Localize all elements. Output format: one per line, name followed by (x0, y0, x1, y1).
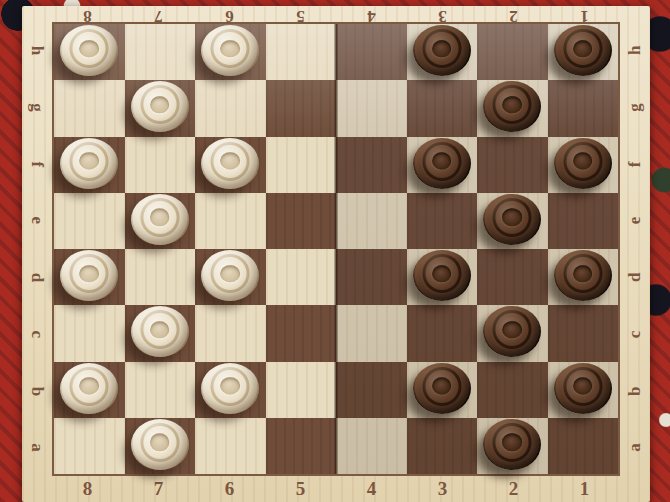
square-g8[interactable] (54, 80, 125, 136)
square-g6[interactable] (195, 80, 266, 136)
coordinate-label-1: 1 (549, 476, 620, 502)
square-b3[interactable] (407, 362, 478, 418)
square-b8[interactable] (54, 362, 125, 418)
top-rank-labels: 87654321 (52, 6, 620, 22)
square-g5[interactable] (266, 80, 337, 136)
square-e7[interactable] (125, 193, 196, 249)
photo-scene: 87654321 87654321 hgfedcba hgfedcba (0, 0, 670, 502)
square-f3[interactable] (407, 137, 478, 193)
white-piece-b6[interactable] (201, 363, 259, 414)
white-piece-h8[interactable] (60, 25, 118, 76)
square-e5[interactable] (266, 193, 337, 249)
square-c7[interactable] (125, 305, 196, 361)
coordinate-label-3: 3 (407, 476, 478, 502)
black-piece-h1[interactable] (554, 25, 612, 76)
black-piece-g2[interactable] (483, 81, 541, 132)
coordinate-label-6: 6 (194, 476, 265, 502)
square-e8[interactable] (54, 193, 125, 249)
square-c8[interactable] (54, 305, 125, 361)
square-c5[interactable] (266, 305, 337, 361)
black-piece-d1[interactable] (554, 250, 612, 301)
square-d4[interactable] (336, 249, 407, 305)
black-piece-b1[interactable] (554, 363, 612, 414)
square-h2[interactable] (477, 24, 548, 80)
coordinate-label-4: 4 (336, 476, 407, 502)
square-f5[interactable] (266, 137, 337, 193)
square-a4[interactable] (336, 418, 407, 474)
square-d1[interactable] (548, 249, 619, 305)
square-g7[interactable] (125, 80, 196, 136)
square-h8[interactable] (54, 24, 125, 80)
square-h3[interactable] (407, 24, 478, 80)
white-piece-a7[interactable] (131, 419, 189, 470)
square-f7[interactable] (125, 137, 196, 193)
square-d2[interactable] (477, 249, 548, 305)
square-c4[interactable] (336, 305, 407, 361)
square-d3[interactable] (407, 249, 478, 305)
white-piece-d8[interactable] (60, 250, 118, 301)
square-g1[interactable] (548, 80, 619, 136)
bottom-rank-labels: 87654321 (52, 476, 620, 502)
left-file-labels: hgfedcba (22, 22, 52, 476)
square-g3[interactable] (407, 80, 478, 136)
square-a8[interactable] (54, 418, 125, 474)
right-file-labels: hgfedcba (620, 22, 650, 476)
square-a7[interactable] (125, 418, 196, 474)
black-piece-h3[interactable] (413, 25, 471, 76)
square-c6[interactable] (195, 305, 266, 361)
board-fold-seam (334, 24, 338, 474)
coordinate-label-7: 7 (123, 476, 194, 502)
square-e6[interactable] (195, 193, 266, 249)
square-b1[interactable] (548, 362, 619, 418)
square-g2[interactable] (477, 80, 548, 136)
square-e2[interactable] (477, 193, 548, 249)
square-f2[interactable] (477, 137, 548, 193)
square-c3[interactable] (407, 305, 478, 361)
square-d7[interactable] (125, 249, 196, 305)
black-piece-f1[interactable] (554, 138, 612, 189)
black-piece-b3[interactable] (413, 363, 471, 414)
black-piece-e2[interactable] (483, 194, 541, 245)
square-d6[interactable] (195, 249, 266, 305)
black-piece-a2[interactable] (483, 419, 541, 470)
square-b7[interactable] (125, 362, 196, 418)
white-piece-f6[interactable] (201, 138, 259, 189)
square-b4[interactable] (336, 362, 407, 418)
checkers-board: 87654321 87654321 hgfedcba hgfedcba (22, 6, 650, 502)
white-piece-b8[interactable] (60, 363, 118, 414)
square-e1[interactable] (548, 193, 619, 249)
square-b2[interactable] (477, 362, 548, 418)
square-h7[interactable] (125, 24, 196, 80)
square-b6[interactable] (195, 362, 266, 418)
square-f8[interactable] (54, 137, 125, 193)
square-f4[interactable] (336, 137, 407, 193)
square-a5[interactable] (266, 418, 337, 474)
square-e4[interactable] (336, 193, 407, 249)
coordinate-label-8: 8 (52, 476, 123, 502)
square-d5[interactable] (266, 249, 337, 305)
square-e3[interactable] (407, 193, 478, 249)
square-f6[interactable] (195, 137, 266, 193)
board-grid (52, 22, 620, 476)
square-g4[interactable] (336, 80, 407, 136)
square-d8[interactable] (54, 249, 125, 305)
square-c1[interactable] (548, 305, 619, 361)
white-piece-c7[interactable] (131, 306, 189, 357)
black-piece-d3[interactable] (413, 250, 471, 301)
square-h5[interactable] (266, 24, 337, 80)
square-b5[interactable] (266, 362, 337, 418)
square-a3[interactable] (407, 418, 478, 474)
white-piece-e7[interactable] (131, 194, 189, 245)
coordinate-label-5: 5 (265, 476, 336, 502)
square-a1[interactable] (548, 418, 619, 474)
square-h4[interactable] (336, 24, 407, 80)
black-piece-c2[interactable] (483, 306, 541, 357)
square-c2[interactable] (477, 305, 548, 361)
square-h1[interactable] (548, 24, 619, 80)
black-piece-f3[interactable] (413, 138, 471, 189)
square-a6[interactable] (195, 418, 266, 474)
white-piece-g7[interactable] (131, 81, 189, 132)
square-a2[interactable] (477, 418, 548, 474)
white-piece-f8[interactable] (60, 138, 118, 189)
square-f1[interactable] (548, 137, 619, 193)
coordinate-label-2: 2 (478, 476, 549, 502)
white-piece-h6[interactable] (201, 25, 259, 76)
square-h6[interactable] (195, 24, 266, 80)
white-piece-d6[interactable] (201, 250, 259, 301)
